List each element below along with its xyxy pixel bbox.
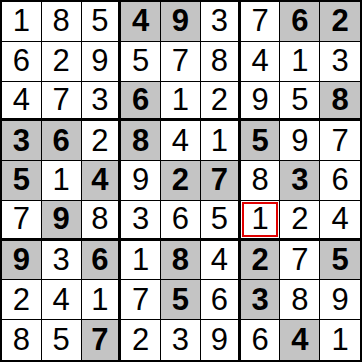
cell-r5c7[interactable]: 8 bbox=[241, 161, 281, 201]
cell-r4c7[interactable]: 5 bbox=[241, 121, 281, 161]
cell-r5c3[interactable]: 4 bbox=[82, 161, 122, 201]
cell-r2c4[interactable]: 5 bbox=[121, 42, 161, 82]
cell-r6c5[interactable]: 6 bbox=[161, 201, 201, 241]
cell-r4c5[interactable]: 4 bbox=[161, 121, 201, 161]
cell-r2c2[interactable]: 2 bbox=[42, 42, 82, 82]
cell-r1c8[interactable]: 6 bbox=[280, 2, 320, 42]
cell-r5c4[interactable]: 9 bbox=[121, 161, 161, 201]
cell-r7c4[interactable]: 1 bbox=[121, 241, 161, 281]
cell-r9c3[interactable]: 7 bbox=[82, 320, 122, 360]
cell-r4c8[interactable]: 9 bbox=[280, 121, 320, 161]
cell-r2c6[interactable]: 8 bbox=[201, 42, 241, 82]
cell-r6c3[interactable]: 8 bbox=[82, 201, 122, 241]
cell-r8c4[interactable]: 7 bbox=[121, 280, 161, 320]
cell-r5c1[interactable]: 5 bbox=[2, 161, 42, 201]
cell-r4c4[interactable]: 8 bbox=[121, 121, 161, 161]
cell-r2c9[interactable]: 3 bbox=[320, 42, 360, 82]
cell-r5c2[interactable]: 1 bbox=[42, 161, 82, 201]
cell-r3c2[interactable]: 7 bbox=[42, 82, 82, 122]
cell-r7c3[interactable]: 6 bbox=[82, 241, 122, 281]
cell-r1c5[interactable]: 9 bbox=[161, 2, 201, 42]
cell-r4c9[interactable]: 7 bbox=[320, 121, 360, 161]
cell-r7c2[interactable]: 3 bbox=[42, 241, 82, 281]
cell-r6c6[interactable]: 5 bbox=[201, 201, 241, 241]
cell-r1c3[interactable]: 5 bbox=[82, 2, 122, 42]
cell-r7c8[interactable]: 7 bbox=[280, 241, 320, 281]
cell-r5c9[interactable]: 6 bbox=[320, 161, 360, 201]
cell-r3c9[interactable]: 8 bbox=[320, 82, 360, 122]
cell-r4c2[interactable]: 6 bbox=[42, 121, 82, 161]
cell-r5c5[interactable]: 2 bbox=[161, 161, 201, 201]
cell-r6c8[interactable]: 2 bbox=[280, 201, 320, 241]
cell-r9c1[interactable]: 8 bbox=[2, 320, 42, 360]
cell-r9c4[interactable]: 2 bbox=[121, 320, 161, 360]
cell-r1c7[interactable]: 7 bbox=[241, 2, 281, 42]
cell-r9c5[interactable]: 3 bbox=[161, 320, 201, 360]
cell-r7c1[interactable]: 9 bbox=[2, 241, 42, 281]
cell-r3c1[interactable]: 4 bbox=[2, 82, 42, 122]
cell-r2c7[interactable]: 4 bbox=[241, 42, 281, 82]
cell-r9c8[interactable]: 4 bbox=[280, 320, 320, 360]
cell-r6c7[interactable]: 1 bbox=[241, 201, 281, 241]
cell-r7c9[interactable]: 5 bbox=[320, 241, 360, 281]
cell-r1c2[interactable]: 8 bbox=[42, 2, 82, 42]
cell-r2c5[interactable]: 7 bbox=[161, 42, 201, 82]
cell-r9c9[interactable]: 1 bbox=[320, 320, 360, 360]
cell-r8c1[interactable]: 2 bbox=[2, 280, 42, 320]
cell-r8c3[interactable]: 1 bbox=[82, 280, 122, 320]
cell-r9c7[interactable]: 6 bbox=[241, 320, 281, 360]
cell-r3c4[interactable]: 6 bbox=[121, 82, 161, 122]
cell-r6c9[interactable]: 4 bbox=[320, 201, 360, 241]
cell-r2c3[interactable]: 9 bbox=[82, 42, 122, 82]
cell-r4c3[interactable]: 2 bbox=[82, 121, 122, 161]
cell-r9c2[interactable]: 5 bbox=[42, 320, 82, 360]
cell-r3c6[interactable]: 2 bbox=[201, 82, 241, 122]
cell-r4c6[interactable]: 1 bbox=[201, 121, 241, 161]
cell-r1c9[interactable]: 2 bbox=[320, 2, 360, 42]
cell-r1c6[interactable]: 3 bbox=[201, 2, 241, 42]
cell-r9c6[interactable]: 9 bbox=[201, 320, 241, 360]
cell-r8c6[interactable]: 6 bbox=[201, 280, 241, 320]
cell-r4c1[interactable]: 3 bbox=[2, 121, 42, 161]
cell-r7c6[interactable]: 4 bbox=[201, 241, 241, 281]
cell-r3c8[interactable]: 5 bbox=[280, 82, 320, 122]
cell-r2c1[interactable]: 6 bbox=[2, 42, 42, 82]
cell-r7c5[interactable]: 8 bbox=[161, 241, 201, 281]
cell-r3c7[interactable]: 9 bbox=[241, 82, 281, 122]
cell-r3c3[interactable]: 3 bbox=[82, 82, 122, 122]
cell-r6c4[interactable]: 3 bbox=[121, 201, 161, 241]
cell-r8c7[interactable]: 3 bbox=[241, 280, 281, 320]
cell-r8c8[interactable]: 8 bbox=[280, 280, 320, 320]
cell-r7c7[interactable]: 2 bbox=[241, 241, 281, 281]
cell-r6c1[interactable]: 7 bbox=[2, 201, 42, 241]
cell-r8c9[interactable]: 9 bbox=[320, 280, 360, 320]
cell-r1c4[interactable]: 4 bbox=[121, 2, 161, 42]
cell-r5c8[interactable]: 3 bbox=[280, 161, 320, 201]
cell-r3c5[interactable]: 1 bbox=[161, 82, 201, 122]
cell-r1c1[interactable]: 1 bbox=[2, 2, 42, 42]
cell-r8c2[interactable]: 4 bbox=[42, 280, 82, 320]
sudoku-board: 1854937626295784134736129583628415975149… bbox=[0, 0, 362, 362]
cell-r8c5[interactable]: 5 bbox=[161, 280, 201, 320]
cell-r5c6[interactable]: 7 bbox=[201, 161, 241, 201]
cell-r6c2[interactable]: 9 bbox=[42, 201, 82, 241]
cell-r2c8[interactable]: 1 bbox=[280, 42, 320, 82]
